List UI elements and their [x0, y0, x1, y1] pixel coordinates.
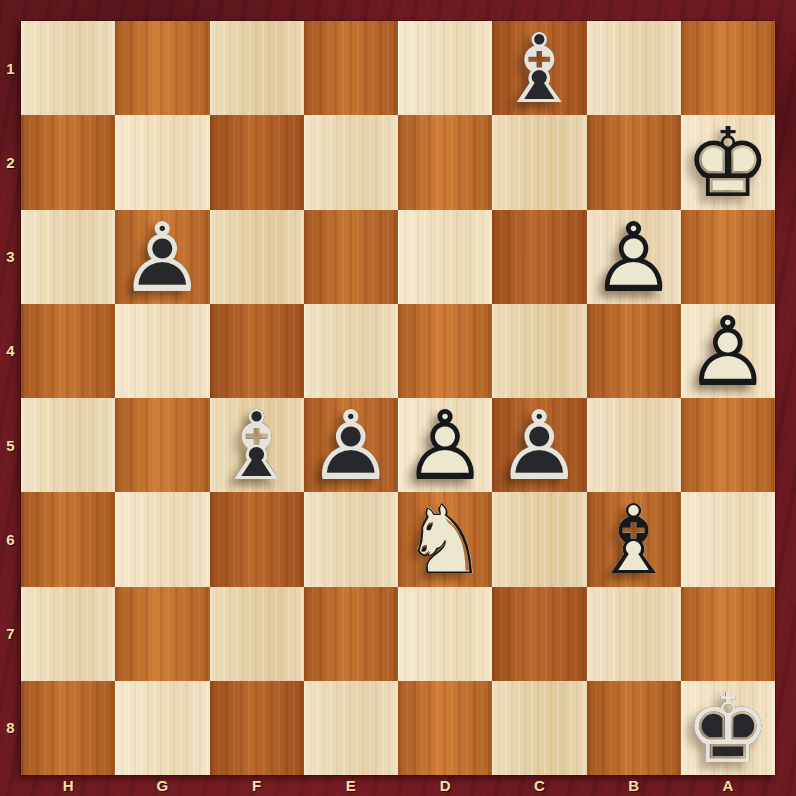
white-pawn-glyph: ♟	[402, 398, 488, 494]
white-pawn[interactable]: ♟♙	[681, 304, 775, 398]
white-pawn[interactable]: ♟♙	[587, 210, 681, 304]
rank-label-8: 8	[6, 719, 14, 736]
square-h4[interactable]	[21, 304, 115, 398]
white-knight[interactable]: ♞♘	[398, 492, 492, 586]
square-h7[interactable]	[21, 587, 115, 681]
black-bishop-outline: ♗	[496, 21, 582, 117]
square-b5[interactable]	[587, 398, 681, 492]
square-b4[interactable]	[587, 304, 681, 398]
square-g5[interactable]	[115, 398, 209, 492]
square-h1[interactable]	[21, 21, 115, 115]
square-d6[interactable]: ♞♘	[398, 492, 492, 586]
square-f6[interactable]	[210, 492, 304, 586]
file-label-b: B	[628, 777, 639, 794]
square-b3[interactable]: ♟♙	[587, 210, 681, 304]
square-c5[interactable]: ♟♙	[492, 398, 586, 492]
black-pawn[interactable]: ♟♙	[304, 398, 398, 492]
rank-label-6: 6	[6, 531, 14, 548]
white-knight-outline: ♘	[402, 492, 488, 588]
square-g7[interactable]	[115, 587, 209, 681]
black-pawn-outline: ♙	[496, 398, 582, 494]
white-bishop-glyph: ♝	[591, 492, 677, 588]
black-bishop-glyph: ♝	[496, 21, 582, 117]
square-d7[interactable]	[398, 587, 492, 681]
black-king-outline: ♔	[685, 681, 771, 777]
square-e5[interactable]: ♟♙	[304, 398, 398, 492]
black-king[interactable]: ♚♔	[681, 681, 775, 775]
square-d2[interactable]	[398, 115, 492, 209]
square-b2[interactable]	[587, 115, 681, 209]
white-king[interactable]: ♚♔	[681, 115, 775, 209]
chess-board: ♝♗♚♔♟♙♟♙♟♙♝♗♟♙♟♙♟♙♞♘♝♗♚♔	[21, 21, 775, 775]
white-king-outline: ♔	[685, 115, 771, 211]
square-c4[interactable]	[492, 304, 586, 398]
square-g3[interactable]: ♟♙	[115, 210, 209, 304]
black-pawn-glyph: ♟	[496, 398, 582, 494]
square-a8[interactable]: ♚♔	[681, 681, 775, 775]
square-c1[interactable]: ♝♗	[492, 21, 586, 115]
rank-label-1: 1	[6, 60, 14, 77]
file-label-d: D	[440, 777, 451, 794]
square-c6[interactable]	[492, 492, 586, 586]
square-e7[interactable]	[304, 587, 398, 681]
square-g1[interactable]	[115, 21, 209, 115]
file-label-a: A	[722, 777, 733, 794]
black-pawn-outline: ♙	[308, 398, 394, 494]
square-f3[interactable]	[210, 210, 304, 304]
square-c3[interactable]	[492, 210, 586, 304]
rank-label-3: 3	[6, 248, 14, 265]
square-e3[interactable]	[304, 210, 398, 304]
black-bishop-outline: ♗	[214, 398, 300, 494]
file-label-f: F	[252, 777, 261, 794]
white-pawn-glyph: ♟	[685, 304, 771, 400]
rank-labels: 12345678	[0, 21, 21, 775]
file-label-g: G	[157, 777, 169, 794]
square-e1[interactable]	[304, 21, 398, 115]
black-bishop[interactable]: ♝♗	[210, 398, 304, 492]
square-a5[interactable]	[681, 398, 775, 492]
white-pawn-glyph: ♟	[591, 210, 677, 306]
square-d4[interactable]	[398, 304, 492, 398]
square-a3[interactable]	[681, 210, 775, 304]
square-f2[interactable]	[210, 115, 304, 209]
black-pawn-outline: ♙	[119, 210, 205, 306]
rank-label-4: 4	[6, 342, 14, 359]
square-g6[interactable]	[115, 492, 209, 586]
square-c7[interactable]	[492, 587, 586, 681]
square-e4[interactable]	[304, 304, 398, 398]
white-bishop-outline: ♗	[591, 492, 677, 588]
file-label-c: C	[534, 777, 545, 794]
square-a2[interactable]: ♚♔	[681, 115, 775, 209]
square-b6[interactable]: ♝♗	[587, 492, 681, 586]
square-h6[interactable]	[21, 492, 115, 586]
square-h8[interactable]	[21, 681, 115, 775]
rank-label-2: 2	[6, 154, 14, 171]
square-b1[interactable]	[587, 21, 681, 115]
square-f5[interactable]: ♝♗	[210, 398, 304, 492]
square-b8[interactable]	[587, 681, 681, 775]
square-d1[interactable]	[398, 21, 492, 115]
square-g8[interactable]	[115, 681, 209, 775]
square-d8[interactable]	[398, 681, 492, 775]
white-pawn-outline: ♙	[591, 210, 677, 306]
black-pawn[interactable]: ♟♙	[115, 210, 209, 304]
square-h2[interactable]	[21, 115, 115, 209]
square-f8[interactable]	[210, 681, 304, 775]
square-h3[interactable]	[21, 210, 115, 304]
rank-label-7: 7	[6, 625, 14, 642]
black-pawn[interactable]: ♟♙	[492, 398, 586, 492]
white-king-glyph: ♚	[685, 115, 771, 211]
black-bishop-glyph: ♝	[214, 398, 300, 494]
square-a7[interactable]	[681, 587, 775, 681]
square-g2[interactable]	[115, 115, 209, 209]
square-f1[interactable]	[210, 21, 304, 115]
file-label-h: H	[63, 777, 74, 794]
square-g4[interactable]	[115, 304, 209, 398]
square-c2[interactable]	[492, 115, 586, 209]
black-pawn-glyph: ♟	[308, 398, 394, 494]
square-f7[interactable]	[210, 587, 304, 681]
black-bishop[interactable]: ♝♗	[492, 21, 586, 115]
square-e2[interactable]	[304, 115, 398, 209]
white-knight-glyph: ♞	[402, 492, 488, 588]
file-label-e: E	[346, 777, 356, 794]
square-h5[interactable]	[21, 398, 115, 492]
square-e8[interactable]	[304, 681, 398, 775]
square-d5[interactable]: ♟♙	[398, 398, 492, 492]
square-d3[interactable]	[398, 210, 492, 304]
square-a1[interactable]	[681, 21, 775, 115]
white-pawn-outline: ♙	[402, 398, 488, 494]
file-labels: HGFEDCBA	[21, 775, 775, 796]
square-a6[interactable]	[681, 492, 775, 586]
square-a4[interactable]: ♟♙	[681, 304, 775, 398]
square-b7[interactable]	[587, 587, 681, 681]
square-c8[interactable]	[492, 681, 586, 775]
black-pawn-glyph: ♟	[119, 210, 205, 306]
black-king-glyph: ♚	[685, 681, 771, 777]
rank-label-5: 5	[6, 437, 14, 454]
white-bishop[interactable]: ♝♗	[587, 492, 681, 586]
square-f4[interactable]	[210, 304, 304, 398]
square-e6[interactable]	[304, 492, 398, 586]
board-frame: ♝♗♚♔♟♙♟♙♟♙♝♗♟♙♟♙♟♙♞♘♝♗♚♔ 12345678 HGFEDC…	[0, 0, 796, 796]
white-pawn-outline: ♙	[685, 304, 771, 400]
white-pawn[interactable]: ♟♙	[398, 398, 492, 492]
